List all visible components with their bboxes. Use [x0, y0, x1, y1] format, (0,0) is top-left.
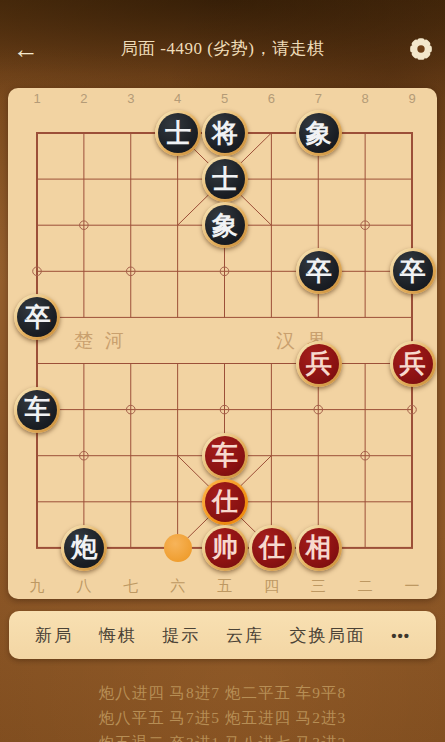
piece-black-general[interactable]: 将: [202, 110, 248, 156]
move-list: 炮八进四 马8进7 炮二平五 车9平8炮八平五 马7进5 炮五进四 马2进3炮五…: [0, 680, 445, 742]
piece-black-elephant[interactable]: 象: [296, 110, 342, 156]
file-label: 3: [116, 91, 146, 106]
piece-black-elephant[interactable]: 象: [202, 202, 248, 248]
piece-red-advisor[interactable]: 仕: [202, 479, 248, 525]
toolbar-button-0[interactable]: 新局: [35, 624, 73, 647]
gear-icon[interactable]: [408, 36, 434, 62]
piece-red-general[interactable]: 帅: [202, 525, 248, 571]
file-label: 9: [397, 91, 427, 106]
move-line: 炮八进四 马8进7 炮二平五 车9平8: [0, 680, 445, 705]
file-label: 八: [69, 577, 99, 596]
piece-black-advisor[interactable]: 士: [202, 156, 248, 202]
file-label: 7: [303, 91, 333, 106]
more-options-button[interactable]: •••: [391, 627, 410, 644]
file-label: 6: [256, 91, 286, 106]
file-labels-top: 123456789: [8, 91, 437, 107]
move-line: 炮八平五 马7进5 炮五进四 马2进3: [0, 705, 445, 730]
toolbar: 新局悔棋提示云库交换局面•••: [9, 611, 436, 659]
xiangqi-board[interactable]: 123456789 楚河 汉界 士 将 象 士 象 卒 卒: [8, 88, 437, 599]
piece-grid: 士 将 象 士 象 卒 卒 卒 兵: [14, 110, 436, 571]
piece-red-soldier[interactable]: 兵: [390, 341, 436, 387]
page-title: 局面 -4490 (劣势)，请走棋: [40, 37, 405, 60]
toolbar-button-1[interactable]: 悔棋: [99, 624, 137, 647]
file-label: 5: [210, 91, 240, 106]
piece-red-elephant[interactable]: 相: [296, 525, 342, 571]
file-label: 四: [256, 577, 286, 596]
file-label: 七: [116, 577, 146, 596]
piece-black-advisor[interactable]: 士: [155, 110, 201, 156]
piece-black-soldier[interactable]: 卒: [296, 248, 342, 294]
file-labels-bottom: 九八七六五四三二一: [8, 577, 437, 595]
file-label: 一: [397, 577, 427, 596]
piece-black-chariot[interactable]: 车: [14, 387, 60, 433]
back-arrow-icon[interactable]: ←: [10, 34, 42, 66]
piece-red-chariot[interactable]: 车: [202, 433, 248, 479]
file-label: 五: [210, 577, 240, 596]
file-label: 九: [22, 577, 52, 596]
file-label: 8: [350, 91, 380, 106]
move-line: 炮五退二 卒3进1 马八进七 马3进2: [0, 730, 445, 742]
piece-red-soldier[interactable]: 兵: [296, 341, 342, 387]
last-move-origin-marker: [164, 534, 192, 562]
piece-red-advisor[interactable]: 仕: [249, 525, 295, 571]
toolbar-button-3[interactable]: 云库: [226, 624, 264, 647]
file-label: 2: [69, 91, 99, 106]
file-label: 六: [163, 577, 193, 596]
toolbar-button-4[interactable]: 交换局面: [290, 624, 366, 647]
file-label: 三: [303, 577, 333, 596]
piece-black-soldier[interactable]: 卒: [14, 294, 60, 340]
file-label: 二: [350, 577, 380, 596]
file-label: 1: [22, 91, 52, 106]
piece-black-soldier[interactable]: 卒: [390, 248, 436, 294]
file-label: 4: [163, 91, 193, 106]
header: ← 局面 -4490 (劣势)，请走棋: [0, 32, 445, 68]
toolbar-button-2[interactable]: 提示: [162, 624, 200, 647]
piece-black-cannon[interactable]: 炮: [61, 525, 107, 571]
